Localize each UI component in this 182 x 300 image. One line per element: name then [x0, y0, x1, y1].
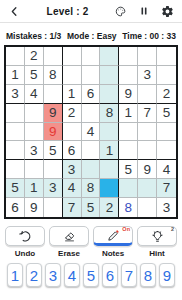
- cell-r4c4[interactable]: 2: [63, 104, 82, 123]
- timer: Time : 00 : 33: [122, 31, 176, 41]
- cell-r2c3[interactable]: 8: [44, 66, 63, 85]
- cell-r7c7[interactable]: 5: [119, 160, 138, 179]
- cell-r9c8[interactable]: [138, 198, 157, 217]
- cell-r9c4[interactable]: 7: [63, 198, 82, 217]
- cell-r7c2[interactable]: [25, 160, 44, 179]
- cell-r2c8[interactable]: 3: [138, 66, 157, 85]
- cell-r2c6[interactable]: [100, 66, 119, 85]
- sudoku-app: Level : 2 Mistakes : 1/3 Mode : Easy Tim…: [0, 0, 182, 300]
- cell-r3c9[interactable]: 2: [157, 85, 176, 104]
- cell-r9c5[interactable]: 5: [82, 198, 101, 217]
- notes-label: Notes: [102, 249, 124, 258]
- cell-r5c5[interactable]: 4: [82, 123, 101, 142]
- cell-r8c6[interactable]: [100, 179, 119, 198]
- theme-button[interactable]: [114, 5, 127, 18]
- chevron-left-icon: [8, 5, 21, 18]
- numpad-4[interactable]: 4: [64, 263, 81, 287]
- cell-r8c1[interactable]: 5: [6, 179, 25, 198]
- cell-r3c3[interactable]: [44, 85, 63, 104]
- hint-badge: 2: [171, 227, 174, 233]
- undo-icon: [18, 229, 33, 244]
- cell-r2c7[interactable]: [119, 66, 138, 85]
- cell-r1c1[interactable]: [6, 47, 25, 66]
- cell-r9c7[interactable]: 8: [119, 198, 138, 217]
- cell-r7c8[interactable]: 9: [138, 160, 157, 179]
- cell-r8c9[interactable]: 7: [157, 179, 176, 198]
- cell-r8c3[interactable]: 3: [44, 179, 63, 198]
- eraser-icon: [62, 229, 77, 244]
- cell-r5c8[interactable]: [138, 123, 157, 142]
- cell-r3c1[interactable]: 3: [6, 85, 25, 104]
- settings-button[interactable]: [161, 5, 174, 18]
- numpad-3[interactable]: 3: [45, 263, 62, 287]
- cell-r3c7[interactable]: 9: [119, 85, 138, 104]
- cell-r1c2[interactable]: 2: [25, 47, 44, 66]
- cell-r4c2[interactable]: [25, 104, 44, 123]
- cell-r1c6[interactable]: [100, 47, 119, 66]
- cell-r8c8[interactable]: [138, 179, 157, 198]
- numpad-6[interactable]: 6: [102, 263, 119, 287]
- cell-r8c5[interactable]: 8: [82, 179, 101, 198]
- undo-label: Undo: [15, 249, 35, 258]
- cell-r4c5[interactable]: [82, 104, 101, 123]
- cell-r9c2[interactable]: 9: [25, 198, 44, 217]
- cell-r1c5[interactable]: [82, 47, 101, 66]
- header-icons: [114, 5, 174, 18]
- erase-tool: Erase: [48, 226, 90, 258]
- cell-r8c4[interactable]: 4: [63, 179, 82, 198]
- numpad-1[interactable]: 1: [7, 263, 24, 287]
- hint-label: Hint: [149, 249, 165, 258]
- pause-icon: [138, 5, 150, 17]
- mistakes-counter: Mistakes : 1/3: [6, 31, 61, 41]
- notes-badge: On: [122, 227, 130, 233]
- cell-r6c9[interactable]: [157, 141, 176, 160]
- cell-r1c9[interactable]: [157, 47, 176, 66]
- toolbar: UndoEraseOnNotes2Hint: [0, 226, 182, 258]
- cell-r5c9[interactable]: [157, 123, 176, 142]
- cell-r5c6[interactable]: [100, 123, 119, 142]
- sudoku-board: 2158334169292817594356135945134876975283: [4, 45, 178, 219]
- cell-r2c4[interactable]: [63, 66, 82, 85]
- number-pad: 123456789: [0, 263, 182, 287]
- cell-r6c5[interactable]: [82, 141, 101, 160]
- cell-r8c7[interactable]: [119, 179, 138, 198]
- cell-r9c1[interactable]: 6: [6, 198, 25, 217]
- cell-r3c4[interactable]: 1: [63, 85, 82, 104]
- cell-r9c3[interactable]: [44, 198, 63, 217]
- undo-tool: Undo: [4, 226, 46, 258]
- level-title: Level : 2: [21, 6, 114, 17]
- pencil-icon: [106, 228, 121, 243]
- pause-button[interactable]: [138, 5, 150, 17]
- cell-r3c8[interactable]: [138, 85, 157, 104]
- cell-r5c7[interactable]: [119, 123, 138, 142]
- cell-r7c4[interactable]: 3: [63, 160, 82, 179]
- cell-r3c5[interactable]: 6: [82, 85, 101, 104]
- cell-r5c1[interactable]: [6, 123, 25, 142]
- mode-label: Mode : Easy: [67, 31, 117, 41]
- cell-r5c4[interactable]: [63, 123, 82, 142]
- erase-label: Erase: [58, 249, 80, 258]
- erase-button[interactable]: [49, 226, 89, 246]
- back-button[interactable]: [8, 5, 21, 18]
- cell-r6c1[interactable]: [6, 141, 25, 160]
- cell-r4c1[interactable]: [6, 104, 25, 123]
- cell-r2c5[interactable]: [82, 66, 101, 85]
- cell-r4c3[interactable]: 9: [44, 104, 63, 123]
- cell-r4c9[interactable]: 5: [157, 104, 176, 123]
- cell-r7c9[interactable]: 4: [157, 160, 176, 179]
- cell-r9c9[interactable]: 3: [157, 198, 176, 217]
- cell-r6c6[interactable]: 1: [100, 141, 119, 160]
- status-bar: Mistakes : 1/3 Mode : Easy Time : 00 : 3…: [0, 31, 182, 41]
- cell-r2c1[interactable]: 1: [6, 66, 25, 85]
- cell-r8c2[interactable]: 1: [25, 179, 44, 198]
- settings-gear-icon: [161, 5, 174, 18]
- numpad-5[interactable]: 5: [83, 263, 100, 287]
- cell-r6c3[interactable]: 5: [44, 141, 63, 160]
- cell-r6c7[interactable]: [119, 141, 138, 160]
- cell-r1c7[interactable]: [119, 47, 138, 66]
- cell-r4c6[interactable]: 8: [100, 104, 119, 123]
- cell-r7c3[interactable]: [44, 160, 63, 179]
- numpad-7[interactable]: 7: [121, 263, 138, 287]
- cell-r1c4[interactable]: [63, 47, 82, 66]
- numpad-9[interactable]: 9: [159, 263, 176, 287]
- notes-tool: OnNotes: [92, 226, 134, 258]
- header: Level : 2: [0, 0, 182, 23]
- cell-r7c5[interactable]: [82, 160, 101, 179]
- cell-r1c8[interactable]: [138, 47, 157, 66]
- cell-r2c9[interactable]: [157, 66, 176, 85]
- cell-r6c4[interactable]: 6: [63, 141, 82, 160]
- cell-r4c8[interactable]: 7: [138, 104, 157, 123]
- cell-r5c2[interactable]: [25, 123, 44, 142]
- numpad-8[interactable]: 8: [140, 263, 157, 287]
- numpad-2[interactable]: 2: [26, 263, 43, 287]
- theme-palette-icon: [114, 5, 127, 18]
- cell-r9c6[interactable]: 2: [100, 198, 119, 217]
- cell-r6c2[interactable]: 3: [25, 141, 44, 160]
- cell-r3c6[interactable]: [100, 85, 119, 104]
- cell-r7c1[interactable]: [6, 160, 25, 179]
- cell-r7c6[interactable]: [100, 160, 119, 179]
- notes-button[interactable]: On: [93, 226, 133, 246]
- hint-tool: 2Hint: [136, 226, 178, 258]
- cell-r1c3[interactable]: [44, 47, 63, 66]
- cell-r6c8[interactable]: [138, 141, 157, 160]
- cell-r5c3[interactable]: 9: [44, 123, 63, 142]
- cell-r2c2[interactable]: 5: [25, 66, 44, 85]
- cell-r3c2[interactable]: 4: [25, 85, 44, 104]
- cell-r4c7[interactable]: 1: [119, 104, 138, 123]
- hint-button[interactable]: 2: [137, 226, 177, 246]
- lightbulb-icon: [150, 229, 165, 244]
- undo-button[interactable]: [5, 226, 45, 246]
